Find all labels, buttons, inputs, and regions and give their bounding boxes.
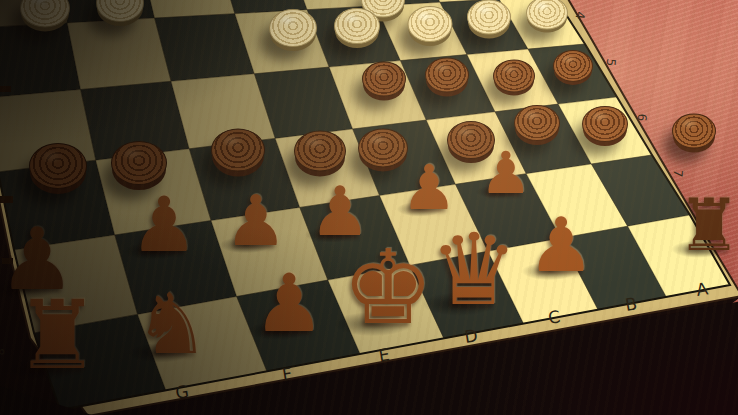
checker-cream-b3 bbox=[467, 0, 511, 35]
chess-piece-rook-a7: ♜ bbox=[677, 189, 738, 261]
chess-piece-rook-h8: ♜ bbox=[14, 288, 99, 383]
checker-cream-a3 bbox=[526, 0, 568, 30]
chess-piece-queen-d8: ♛ bbox=[430, 220, 519, 319]
chess-piece-pawn-f8: ♟ bbox=[253, 264, 325, 344]
photo-scene: GFEDCBA456788 ♜♟♞♟♟♟♚♟♛♟♟♟♜ bbox=[0, 0, 738, 415]
checker-brown-d4 bbox=[362, 62, 406, 97]
checker-brown-b4 bbox=[493, 60, 535, 93]
checker-cream-c3 bbox=[408, 6, 453, 42]
pieces-layer: ♜♟♞♟♟♟♚♟♛♟♟♟♜ bbox=[0, 0, 738, 415]
checker-cream-e3 bbox=[269, 9, 317, 47]
checker-cream-g3 bbox=[96, 0, 144, 22]
checker-cream-d3 bbox=[334, 8, 380, 44]
checker-brown-b6 bbox=[514, 105, 560, 141]
chess-piece-knight-g8: ♞ bbox=[134, 282, 209, 366]
chess-piece-pawn-g7: ♟ bbox=[130, 187, 198, 263]
checker-brown-a4 bbox=[553, 50, 593, 82]
chess-piece-pawn-d7: ♟ bbox=[401, 157, 457, 219]
checker-brown-g6 bbox=[111, 141, 167, 185]
checker-brown-h6 bbox=[29, 143, 87, 189]
chess-piece-pawn-c7: ♟ bbox=[480, 144, 532, 202]
checker-cream-h3 bbox=[20, 0, 70, 28]
chess-piece-pawn-f7: ♟ bbox=[225, 186, 288, 256]
checker-brown-c4 bbox=[425, 58, 469, 93]
checker-brown-f6 bbox=[211, 129, 265, 172]
chess-piece-pawn-c8: ♟ bbox=[527, 208, 594, 283]
checker-brown-a6 bbox=[582, 106, 628, 142]
checker-brown-e6 bbox=[294, 131, 346, 172]
checker-brown-a6-border bbox=[672, 114, 716, 149]
chess-piece-king-e8: ♚ bbox=[342, 236, 434, 339]
